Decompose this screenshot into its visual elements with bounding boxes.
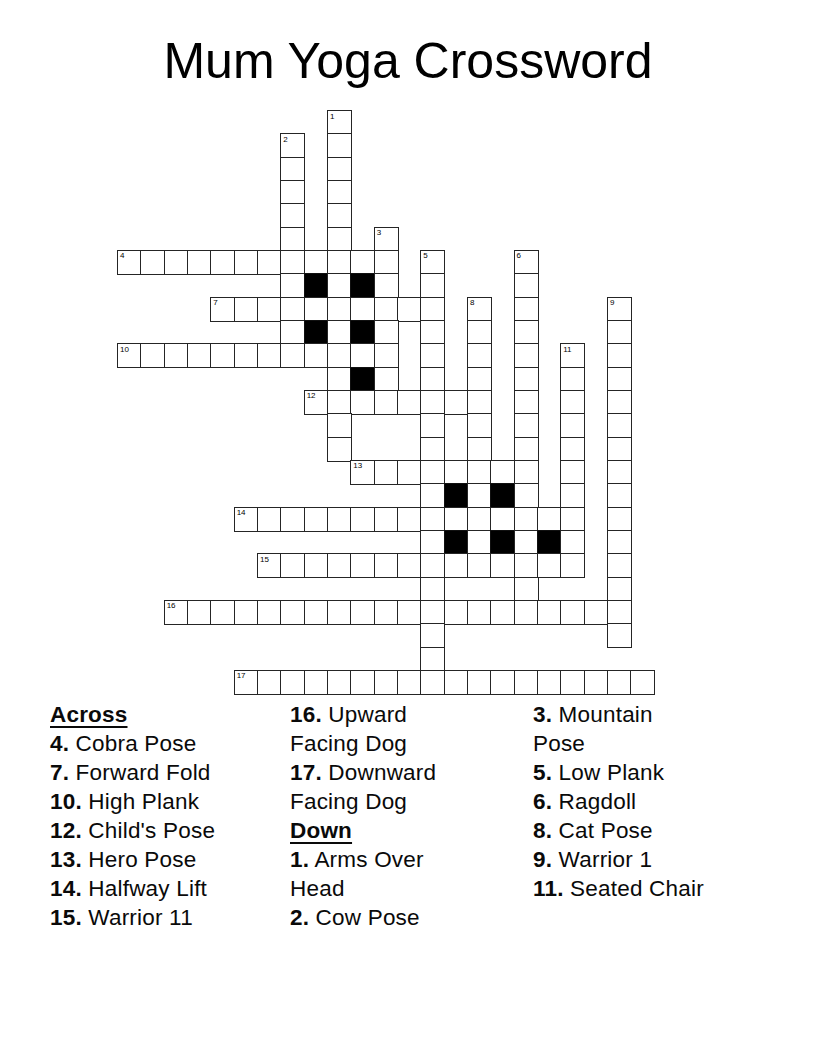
grid-cell[interactable]: [514, 553, 539, 578]
grid-cell[interactable]: [467, 483, 492, 508]
grid-cell[interactable]: [187, 343, 212, 368]
grid-cell[interactable]: [304, 553, 329, 578]
grid-cell[interactable]: [280, 507, 305, 532]
clue-number: 15.: [50, 905, 82, 930]
grid-cell[interactable]: [350, 553, 375, 578]
grid-cell[interactable]: 9: [607, 297, 632, 322]
clue-item: 1. Arms Over Head: [290, 845, 466, 903]
grid-cell[interactable]: [420, 460, 445, 485]
grid-cell[interactable]: [164, 250, 189, 275]
grid-cell[interactable]: [420, 670, 445, 695]
grid-cell[interactable]: 16: [164, 600, 189, 625]
grid-cell[interactable]: [374, 273, 399, 298]
cell-number: 3: [377, 228, 381, 237]
grid-cell[interactable]: [514, 507, 539, 532]
grid-cell[interactable]: [420, 553, 445, 578]
clue-number: 6.: [533, 789, 552, 814]
grid-cell[interactable]: [514, 437, 539, 462]
grid-cell[interactable]: [350, 390, 375, 415]
grid-cell[interactable]: [514, 577, 539, 602]
grid-cell[interactable]: [397, 507, 422, 532]
grid-cell[interactable]: [490, 507, 515, 532]
cell-number: 12: [307, 391, 316, 400]
grid-cell[interactable]: [607, 413, 632, 438]
grid-cell[interactable]: [420, 483, 445, 508]
cell-number: 16: [167, 601, 176, 610]
grid-cell[interactable]: [514, 273, 539, 298]
grid-cell[interactable]: [514, 343, 539, 368]
grid-cell[interactable]: [397, 390, 422, 415]
grid-cell[interactable]: [514, 413, 539, 438]
clue-item: 9. Warrior 1: [533, 845, 710, 874]
cell-number: 2: [283, 135, 287, 144]
grid-cell[interactable]: [280, 553, 305, 578]
cell-number: 7: [213, 298, 217, 307]
grid-cell[interactable]: [560, 460, 585, 485]
clue-text: Low Plank: [552, 760, 664, 785]
clue-number: 16.: [290, 702, 322, 727]
grid-cell[interactable]: [514, 297, 539, 322]
grid-cell[interactable]: [537, 600, 562, 625]
grid-cell[interactable]: [467, 507, 492, 532]
grid-cell[interactable]: [397, 460, 422, 485]
clue-item: 6. Ragdoll: [533, 787, 710, 816]
grid-cell[interactable]: 8: [467, 297, 492, 322]
clue-number: 7.: [50, 760, 69, 785]
grid-cell[interactable]: [327, 250, 352, 275]
grid-cell[interactable]: [514, 530, 539, 555]
grid-cell[interactable]: [607, 553, 632, 578]
black-cell: [350, 273, 375, 298]
cell-number: 10: [120, 345, 129, 354]
grid-cell[interactable]: [537, 553, 562, 578]
grid-cell[interactable]: 2: [280, 133, 305, 158]
grid-cell[interactable]: [420, 530, 445, 555]
crossword-page: Mum Yoga Crossword 123456789101112131415…: [0, 0, 816, 1056]
grid-cell[interactable]: [467, 320, 492, 345]
grid-cell[interactable]: 17: [234, 670, 259, 695]
grid-cell[interactable]: [350, 670, 375, 695]
grid-cell[interactable]: [397, 297, 422, 322]
grid-cell[interactable]: [514, 367, 539, 392]
cell-number: 11: [563, 345, 571, 354]
grid-cell[interactable]: [374, 460, 399, 485]
clue-number: 12.: [50, 818, 82, 843]
grid-cell[interactable]: [374, 367, 399, 392]
black-cell: [444, 530, 469, 555]
grid-cell[interactable]: [420, 413, 445, 438]
grid-cell[interactable]: [374, 320, 399, 345]
grid-cell[interactable]: [164, 343, 189, 368]
clue-number: 1.: [290, 847, 309, 872]
grid-cell[interactable]: [327, 320, 352, 345]
grid-cell[interactable]: [560, 670, 585, 695]
clue-number: 10.: [50, 789, 82, 814]
black-cell: [537, 530, 562, 555]
clue-item: 13. Hero Pose: [50, 845, 288, 874]
grid-cell[interactable]: [420, 367, 445, 392]
grid-cell[interactable]: [304, 343, 329, 368]
grid-cell[interactable]: [420, 437, 445, 462]
grid-cell[interactable]: [327, 203, 352, 228]
grid-cell[interactable]: [350, 297, 375, 322]
grid-cell[interactable]: 4: [117, 250, 142, 275]
grid-cell[interactable]: 13: [350, 460, 375, 485]
grid-cell[interactable]: [584, 600, 609, 625]
grid-cell[interactable]: [444, 600, 469, 625]
grid-cell[interactable]: [234, 297, 259, 322]
clue-text: Halfway Lift: [82, 876, 207, 901]
black-cell: [304, 320, 329, 345]
grid-cell[interactable]: [607, 507, 632, 532]
grid-cell[interactable]: [374, 250, 399, 275]
grid-cell[interactable]: [560, 507, 585, 532]
grid-cell[interactable]: 12: [304, 390, 329, 415]
grid-cell[interactable]: [560, 483, 585, 508]
grid-cell[interactable]: [467, 460, 492, 485]
grid-cell[interactable]: [607, 390, 632, 415]
clue-number: 9.: [533, 847, 552, 872]
grid-cell[interactable]: [374, 600, 399, 625]
grid-cell[interactable]: [420, 507, 445, 532]
grid-cell[interactable]: [210, 343, 235, 368]
clues-column-middle: 16. Upward Facing Dog17. Downward Facing…: [290, 700, 466, 932]
grid-cell[interactable]: [327, 343, 352, 368]
grid-cell[interactable]: [374, 297, 399, 322]
grid-cell[interactable]: [234, 250, 259, 275]
clue-text: Arms Over Head: [290, 847, 424, 901]
cell-number: 9: [610, 298, 614, 307]
cell-number: 6: [517, 251, 521, 260]
grid-cell[interactable]: [537, 670, 562, 695]
cell-number: 8: [470, 298, 474, 307]
grid-cell[interactable]: [607, 483, 632, 508]
grid-cell[interactable]: [490, 600, 515, 625]
grid-cell[interactable]: [327, 437, 352, 462]
grid-cell[interactable]: [444, 553, 469, 578]
grid-cell[interactable]: [280, 227, 305, 252]
crossword-grid: 1234567891011121314151617: [117, 110, 657, 695]
grid-cell[interactable]: [607, 460, 632, 485]
grid-cell[interactable]: [607, 577, 632, 602]
grid-cell[interactable]: [327, 670, 352, 695]
grid-cell[interactable]: [327, 600, 352, 625]
grid-cell[interactable]: [467, 600, 492, 625]
grid-cell[interactable]: [327, 553, 352, 578]
grid-cell[interactable]: [210, 600, 235, 625]
grid-cell[interactable]: [374, 553, 399, 578]
grid-cell[interactable]: [304, 600, 329, 625]
grid-cell[interactable]: [467, 553, 492, 578]
grid-cell[interactable]: [607, 367, 632, 392]
grid-cell[interactable]: [140, 343, 165, 368]
clue-text: Warrior 11: [82, 905, 193, 930]
clue-item: 15. Warrior 11: [50, 903, 288, 932]
grid-cell[interactable]: [444, 507, 469, 532]
clue-item: 4. Cobra Pose: [50, 729, 288, 758]
grid-cell[interactable]: [257, 250, 282, 275]
clues-column-across: Across 4. Cobra Pose7. Forward Fold10. H…: [50, 700, 288, 932]
grid-cell[interactable]: [420, 343, 445, 368]
grid-cell[interactable]: [420, 623, 445, 648]
grid-cell[interactable]: [467, 413, 492, 438]
grid-cell[interactable]: [327, 273, 352, 298]
clue-text: Ragdoll: [552, 789, 636, 814]
clue-item: 5. Low Plank: [533, 758, 710, 787]
grid-cell[interactable]: [327, 157, 352, 182]
grid-cell[interactable]: [257, 507, 282, 532]
grid-cell[interactable]: [280, 157, 305, 182]
clue-text: Hero Pose: [82, 847, 197, 872]
black-cell: [490, 530, 515, 555]
grid-cell[interactable]: [514, 320, 539, 345]
grid-cell[interactable]: 10: [117, 343, 142, 368]
grid-cell[interactable]: [467, 390, 492, 415]
grid-cell[interactable]: [304, 670, 329, 695]
grid-cell[interactable]: [467, 343, 492, 368]
black-cell: [444, 483, 469, 508]
black-cell: [490, 483, 515, 508]
clue-number: 13.: [50, 847, 82, 872]
clue-number: 4.: [50, 731, 69, 756]
clue-number: 14.: [50, 876, 82, 901]
clue-item: 3. Mountain Pose: [533, 700, 710, 758]
grid-cell[interactable]: [280, 670, 305, 695]
grid-cell[interactable]: [467, 530, 492, 555]
grid-cell[interactable]: [350, 507, 375, 532]
grid-cell[interactable]: [304, 297, 329, 322]
grid-cell[interactable]: [327, 133, 352, 158]
grid-cell[interactable]: [257, 297, 282, 322]
grid-cell[interactable]: [257, 600, 282, 625]
grid-cell[interactable]: [257, 670, 282, 695]
grid-cell[interactable]: [187, 600, 212, 625]
grid-cell[interactable]: [420, 320, 445, 345]
grid-cell[interactable]: 11: [560, 343, 585, 368]
grid-cell[interactable]: 1: [327, 110, 352, 135]
grid-cell[interactable]: [397, 670, 422, 695]
clue-number: 5.: [533, 760, 552, 785]
grid-cell[interactable]: [420, 577, 445, 602]
grid-cell[interactable]: [467, 367, 492, 392]
grid-cell[interactable]: [397, 553, 422, 578]
cell-number: 15: [260, 555, 269, 564]
grid-cell[interactable]: [374, 343, 399, 368]
grid-cell[interactable]: [140, 250, 165, 275]
grid-cell[interactable]: 14: [234, 507, 259, 532]
clue-item: 7. Forward Fold: [50, 758, 288, 787]
grid-cell[interactable]: [420, 600, 445, 625]
grid-cell[interactable]: [607, 600, 632, 625]
clue-item: 10. High Plank: [50, 787, 288, 816]
grid-cell[interactable]: [560, 390, 585, 415]
grid-cell[interactable]: [560, 437, 585, 462]
grid-cell[interactable]: [607, 320, 632, 345]
grid-cell[interactable]: [350, 600, 375, 625]
grid-cell[interactable]: [327, 413, 352, 438]
clue-text: High Plank: [82, 789, 199, 814]
grid-cell[interactable]: [607, 437, 632, 462]
clue-text: Cat Pose: [552, 818, 653, 843]
grid-cell[interactable]: [327, 507, 352, 532]
clue-item: 8. Cat Pose: [533, 816, 710, 845]
cell-number: 17: [237, 671, 246, 680]
grid-cell[interactable]: [374, 507, 399, 532]
clue-item: 11. Seated Chair: [533, 874, 710, 903]
grid-cell[interactable]: [234, 600, 259, 625]
grid-cell[interactable]: 5: [420, 250, 445, 275]
clue-text: Cobra Pose: [69, 731, 196, 756]
clue-text: Forward Fold: [69, 760, 210, 785]
grid-cell[interactable]: [280, 273, 305, 298]
grid-cell[interactable]: [537, 507, 562, 532]
grid-cell[interactable]: [514, 600, 539, 625]
grid-cell[interactable]: [280, 250, 305, 275]
grid-cell[interactable]: [350, 250, 375, 275]
clue-item: 17. Downward Facing Dog: [290, 758, 466, 816]
clues-column-down: 3. Mountain Pose5. Low Plank6. Ragdoll8.…: [533, 700, 710, 903]
grid-cell[interactable]: [630, 670, 655, 695]
grid-cell[interactable]: [514, 670, 539, 695]
grid-cell[interactable]: [374, 670, 399, 695]
clue-text: Seated Chair: [564, 876, 704, 901]
grid-cell[interactable]: [514, 483, 539, 508]
clue-item: 14. Halfway Lift: [50, 874, 288, 903]
grid-cell[interactable]: [444, 670, 469, 695]
clue-item: 2. Cow Pose: [290, 903, 466, 932]
black-cell: [350, 320, 375, 345]
cell-number: 13: [353, 461, 362, 470]
grid-cell[interactable]: [607, 530, 632, 555]
clue-number: 17.: [290, 760, 322, 785]
grid-cell[interactable]: [560, 553, 585, 578]
clue-number: 8.: [533, 818, 552, 843]
grid-cell[interactable]: [514, 460, 539, 485]
grid-cell[interactable]: [607, 343, 632, 368]
grid-cell[interactable]: [280, 297, 305, 322]
grid-cell[interactable]: [327, 180, 352, 205]
down-heading: Down: [290, 816, 466, 845]
clue-number: 11.: [533, 876, 564, 901]
grid-cell[interactable]: 6: [514, 250, 539, 275]
grid-cell[interactable]: 15: [257, 553, 282, 578]
clue-text: Warrior 1: [552, 847, 652, 872]
grid-cell[interactable]: [420, 390, 445, 415]
page-title: Mum Yoga Crossword: [0, 33, 816, 89]
cell-number: 4: [120, 251, 124, 260]
grid-cell[interactable]: [257, 343, 282, 368]
grid-cell[interactable]: [280, 343, 305, 368]
grid-cell[interactable]: [514, 390, 539, 415]
grid-cell[interactable]: [327, 390, 352, 415]
grid-cell[interactable]: [327, 297, 352, 322]
grid-cell[interactable]: [280, 600, 305, 625]
grid-cell[interactable]: [280, 180, 305, 205]
clue-text: Cow Pose: [309, 905, 420, 930]
grid-cell[interactable]: [560, 413, 585, 438]
cell-number: 1: [330, 112, 334, 121]
black-cell: [350, 367, 375, 392]
clue-item: 12. Child's Pose: [50, 816, 288, 845]
grid-cell[interactable]: [304, 250, 329, 275]
grid-cell[interactable]: [467, 437, 492, 462]
grid-cell[interactable]: [187, 250, 212, 275]
grid-cell[interactable]: [444, 390, 469, 415]
across-heading: Across: [50, 700, 288, 729]
grid-cell[interactable]: [280, 320, 305, 345]
grid-cell[interactable]: [560, 367, 585, 392]
grid-cell[interactable]: [444, 460, 469, 485]
clue-number: 3.: [533, 702, 552, 727]
grid-cell[interactable]: 3: [374, 227, 399, 252]
grid-cell[interactable]: [607, 623, 632, 648]
grid-cell[interactable]: [607, 670, 632, 695]
clue-item: 16. Upward Facing Dog: [290, 700, 466, 758]
grid-cell[interactable]: [490, 553, 515, 578]
grid-cell[interactable]: [210, 250, 235, 275]
grid-cell[interactable]: [397, 600, 422, 625]
cell-number: 5: [423, 251, 427, 260]
grid-cell[interactable]: [490, 670, 515, 695]
grid-cell[interactable]: 7: [210, 297, 235, 322]
grid-cell[interactable]: [490, 460, 515, 485]
grid-cell[interactable]: [420, 273, 445, 298]
grid-cell[interactable]: [374, 390, 399, 415]
clue-number: 2.: [290, 905, 309, 930]
grid-cell[interactable]: [280, 203, 305, 228]
grid-cell[interactable]: [327, 227, 352, 252]
black-cell: [304, 273, 329, 298]
grid-cell[interactable]: [234, 343, 259, 368]
grid-cell[interactable]: [560, 530, 585, 555]
cell-number: 14: [237, 508, 246, 517]
grid-cell[interactable]: [327, 367, 352, 392]
grid-cell[interactable]: [350, 343, 375, 368]
grid-cell[interactable]: [584, 670, 609, 695]
grid-cell[interactable]: [304, 507, 329, 532]
grid-cell[interactable]: [467, 670, 492, 695]
grid-cell[interactable]: [560, 600, 585, 625]
grid-cell[interactable]: [420, 297, 445, 322]
clue-text: Child's Pose: [82, 818, 215, 843]
grid-cell[interactable]: [420, 647, 445, 672]
